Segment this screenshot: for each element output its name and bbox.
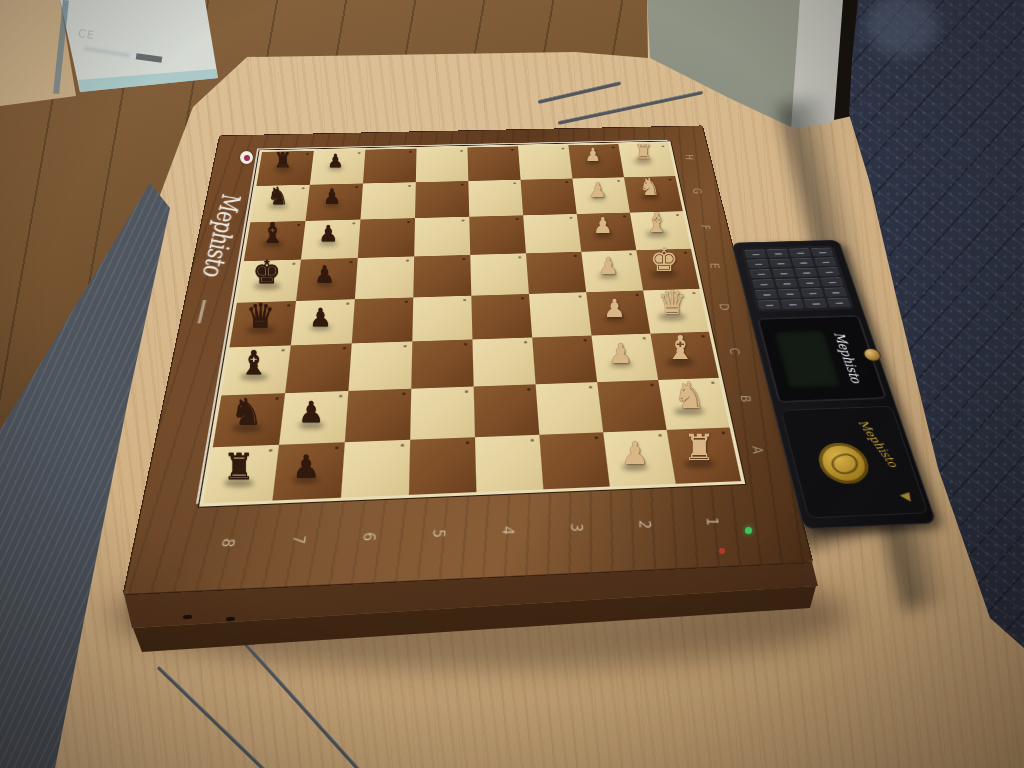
square-h8 bbox=[256, 151, 314, 186]
box-ce-mark: CE bbox=[77, 27, 95, 42]
square-g4 bbox=[468, 180, 523, 217]
corner-red-led bbox=[719, 548, 725, 554]
square-e1 bbox=[636, 249, 699, 291]
rank-label-6: 6 bbox=[359, 532, 379, 541]
square-d5 bbox=[412, 296, 472, 342]
square-a8 bbox=[203, 445, 279, 504]
photo-of-mephisto-chess-computer: { "game": "chess", "scene": "Mephisto el… bbox=[0, 0, 1024, 768]
square-h5 bbox=[416, 147, 469, 182]
plinth-slot-1 bbox=[183, 615, 192, 619]
square-b8 bbox=[213, 393, 285, 447]
rail-fine-print bbox=[197, 300, 206, 323]
square-c7 bbox=[285, 343, 352, 393]
square-g3 bbox=[521, 179, 577, 216]
square-g1 bbox=[624, 176, 683, 212]
square-d3 bbox=[529, 292, 592, 337]
square-d7 bbox=[291, 299, 355, 345]
file-label-h: H bbox=[683, 154, 696, 160]
coordinate-labels: 87654321HGFEDCBA bbox=[220, 126, 702, 136]
square-b7 bbox=[279, 391, 348, 445]
square-b6 bbox=[345, 389, 411, 443]
square-a6 bbox=[341, 440, 410, 498]
square-g5 bbox=[415, 181, 469, 218]
lcd-screen bbox=[773, 330, 842, 390]
square-h6 bbox=[363, 149, 417, 184]
module-key-6[interactable] bbox=[769, 259, 792, 268]
rank-label-7: 7 bbox=[289, 535, 309, 544]
square-d4 bbox=[471, 294, 532, 340]
metal-rod-1 bbox=[157, 666, 268, 768]
square-f1 bbox=[630, 211, 691, 250]
module-key-17[interactable] bbox=[755, 289, 779, 299]
module-key-24[interactable] bbox=[827, 298, 851, 308]
module-key-1[interactable] bbox=[744, 249, 767, 258]
square-e2 bbox=[581, 250, 643, 292]
rank-label-3: 3 bbox=[568, 523, 586, 532]
square-e3 bbox=[526, 252, 586, 294]
module-keypad bbox=[741, 245, 855, 312]
module-key-22[interactable] bbox=[780, 299, 804, 309]
module-key-23[interactable] bbox=[804, 298, 828, 308]
square-c2 bbox=[591, 334, 658, 383]
square-b5 bbox=[410, 387, 475, 440]
square-c8 bbox=[221, 345, 290, 395]
rank-label-2: 2 bbox=[636, 520, 655, 529]
module-key-12[interactable] bbox=[817, 267, 840, 276]
square-b2 bbox=[597, 380, 667, 432]
file-label-d: D bbox=[716, 303, 731, 310]
square-a5 bbox=[409, 437, 476, 495]
gold-medallion bbox=[814, 442, 874, 485]
square-h4 bbox=[467, 146, 520, 181]
file-label-f: F bbox=[698, 225, 712, 230]
module-key-20[interactable] bbox=[823, 287, 847, 297]
square-a2 bbox=[603, 430, 676, 487]
chess-board-frame: 87654321HGFEDCBA Mephisto Mephisto Mephi… bbox=[124, 126, 812, 594]
square-e5 bbox=[413, 255, 471, 298]
square-g8 bbox=[250, 185, 310, 223]
plinth-slot-2 bbox=[226, 617, 235, 621]
square-a3 bbox=[539, 432, 609, 489]
rank-label-1: 1 bbox=[703, 517, 722, 526]
square-a7 bbox=[272, 442, 344, 500]
square-h2 bbox=[568, 144, 624, 178]
rank-label-8: 8 bbox=[218, 538, 239, 547]
square-h3 bbox=[518, 145, 572, 179]
metal-rod-4 bbox=[558, 90, 704, 125]
square-c3 bbox=[532, 336, 597, 385]
square-e4 bbox=[470, 253, 529, 295]
square-f2 bbox=[577, 213, 637, 252]
module-key-19[interactable] bbox=[800, 288, 824, 298]
module-key-4[interactable] bbox=[811, 248, 834, 257]
square-f6 bbox=[358, 218, 415, 258]
rank-label-5: 5 bbox=[429, 529, 448, 538]
module-key-15[interactable] bbox=[797, 278, 821, 287]
square-a4 bbox=[475, 435, 543, 492]
square-f3 bbox=[523, 214, 581, 253]
square-c1 bbox=[650, 332, 718, 380]
metal-rod-3 bbox=[538, 81, 622, 104]
file-label-e: E bbox=[707, 263, 722, 269]
module-key-9[interactable] bbox=[749, 269, 772, 278]
square-b4 bbox=[474, 384, 540, 437]
square-d6 bbox=[352, 297, 414, 343]
square-d8 bbox=[229, 301, 296, 347]
corner-green-led bbox=[745, 527, 752, 534]
mephisto-logo-roundel bbox=[240, 151, 253, 164]
module-key-16[interactable] bbox=[820, 277, 844, 286]
square-f7 bbox=[301, 220, 360, 260]
module-key-18[interactable] bbox=[778, 289, 802, 299]
square-d1 bbox=[643, 289, 709, 334]
module-key-14[interactable] bbox=[775, 279, 798, 288]
square-c4 bbox=[472, 337, 535, 386]
square-f8 bbox=[244, 221, 306, 261]
square-e7 bbox=[296, 258, 358, 301]
module-key-3[interactable] bbox=[789, 248, 812, 257]
module-key-2[interactable] bbox=[766, 249, 789, 258]
square-a1 bbox=[667, 427, 742, 483]
module-key-21[interactable] bbox=[757, 300, 781, 310]
gold-triangle-mark bbox=[900, 489, 915, 502]
square-b3 bbox=[536, 382, 604, 435]
module-key-10[interactable] bbox=[772, 268, 795, 277]
square-f5 bbox=[414, 217, 470, 257]
module-key-8[interactable] bbox=[814, 257, 837, 266]
square-c5 bbox=[411, 339, 473, 388]
square-h7 bbox=[310, 150, 366, 185]
rank-label-4: 4 bbox=[499, 526, 518, 535]
module-key-5[interactable] bbox=[747, 259, 770, 268]
square-g7 bbox=[306, 183, 363, 220]
square-b1 bbox=[658, 378, 729, 430]
module-key-7[interactable] bbox=[791, 258, 814, 267]
file-label-c: C bbox=[726, 348, 742, 355]
square-c6 bbox=[348, 341, 412, 391]
square-h1 bbox=[618, 143, 675, 177]
file-label-g: G bbox=[690, 188, 704, 194]
square-e6 bbox=[355, 256, 414, 299]
chess-board-grid bbox=[199, 141, 745, 506]
square-e8 bbox=[237, 260, 301, 303]
file-label-a: A bbox=[749, 446, 766, 454]
square-g2 bbox=[572, 177, 630, 214]
square-d2 bbox=[586, 290, 650, 335]
square-g6 bbox=[360, 182, 415, 219]
square-f4 bbox=[469, 215, 526, 255]
module-key-11[interactable] bbox=[794, 268, 817, 277]
file-label-b: B bbox=[737, 395, 754, 403]
module-key-13[interactable] bbox=[752, 279, 775, 288]
